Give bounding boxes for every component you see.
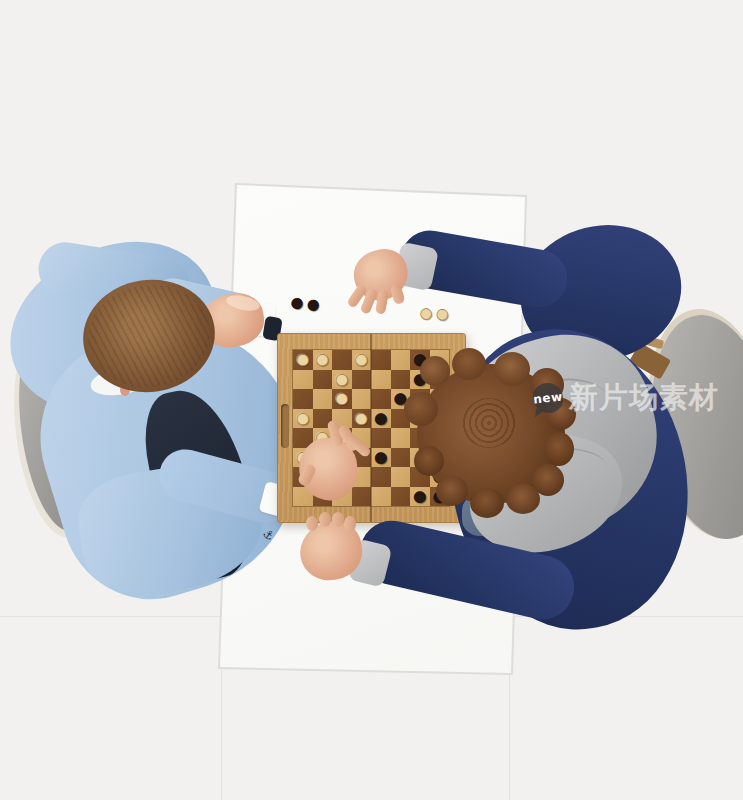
light-checker-piece: ● — [335, 391, 348, 406]
captured-light-piece: ● — [436, 306, 449, 321]
board-square-e2 — [371, 467, 391, 487]
dark-checker-piece: ● — [374, 411, 387, 426]
board-square-e4 — [371, 428, 391, 448]
board-square-b6 — [313, 389, 333, 409]
light-checker-piece: ● — [335, 372, 348, 387]
captured-dark-piece: ● — [290, 295, 304, 310]
board-square-e5: ● — [371, 409, 391, 429]
watermark-new-badge: new — [532, 382, 565, 415]
board-square-d7 — [352, 370, 372, 390]
board-square-f8 — [391, 350, 411, 370]
board-square-c6: ● — [332, 389, 352, 409]
right-player-curled-finger — [332, 512, 344, 527]
board-square-e3: ● — [371, 448, 391, 468]
board-square-c8 — [332, 350, 352, 370]
board-square-d5: ● — [352, 409, 372, 429]
watermark: new 新片场素材 — [533, 378, 719, 418]
board-fold-seam — [370, 334, 372, 522]
board-square-f1 — [391, 487, 411, 507]
board-square-b7 — [313, 370, 333, 390]
board-square-a8: ● — [293, 350, 313, 370]
board-handle-left — [281, 404, 289, 448]
board-square-f7 — [391, 370, 411, 390]
captured-dark-pieces: ●● — [290, 295, 320, 312]
right-player-curled-finger — [306, 516, 318, 531]
board-square-e8 — [371, 350, 391, 370]
board-square-d6 — [352, 389, 372, 409]
floor-seam — [509, 672, 510, 800]
board-square-e6 — [371, 389, 391, 409]
watermark-text: 新片场素材 — [569, 378, 719, 418]
watermark-badge-label: new — [533, 390, 564, 407]
captured-dark-piece: ● — [306, 296, 320, 311]
floor-seam — [221, 660, 222, 800]
captured-light-piece: ● — [420, 305, 433, 320]
board-square-e1 — [371, 487, 391, 507]
right-player-curled-finger — [344, 516, 356, 532]
board-square-a6 — [293, 389, 313, 409]
light-checker-piece: ● — [296, 411, 309, 426]
board-square-f4 — [391, 428, 411, 448]
board-square-e7 — [371, 370, 391, 390]
light-checker-piece: ● — [355, 411, 368, 426]
board-square-g1: ● — [410, 487, 430, 507]
board-square-a5: ● — [293, 409, 313, 429]
board-square-f2 — [391, 467, 411, 487]
light-checker-piece: ● — [355, 352, 368, 367]
light-checker-piece: ● — [296, 352, 309, 367]
captured-light-pieces: ●● — [420, 305, 449, 320]
board-square-a7 — [293, 370, 313, 390]
photo-scene: ⚓ ●●●●●●●●●●●●●●●●●●● ●● ●● — [0, 0, 743, 800]
board-square-c7: ● — [332, 370, 352, 390]
board-square-f3 — [391, 448, 411, 468]
board-square-d1 — [352, 487, 372, 507]
board-square-b8: ● — [313, 350, 333, 370]
right-player-curled-finger — [319, 512, 331, 527]
light-checker-piece: ● — [316, 352, 329, 367]
dark-checker-piece: ● — [374, 450, 387, 465]
dark-checker-piece: ● — [413, 489, 426, 504]
board-square-d8: ● — [352, 350, 372, 370]
